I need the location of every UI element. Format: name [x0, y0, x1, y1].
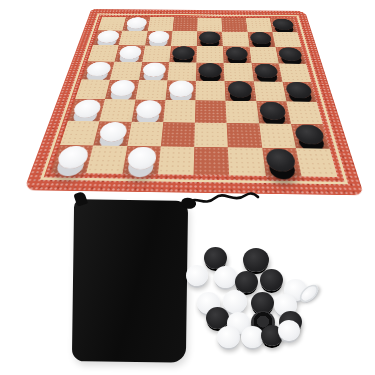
square-h6: [275, 47, 306, 64]
white-checker-loose: [274, 294, 297, 316]
square-c1: [122, 146, 161, 174]
square-g6: [249, 47, 278, 64]
square-c7: [145, 31, 173, 46]
square-d1: [158, 147, 195, 175]
square-e3: [195, 100, 227, 122]
black-checker-d6: [172, 46, 195, 60]
black-checker-g1: [265, 149, 297, 172]
black-checker-e7: [199, 32, 220, 44]
square-e5: [196, 63, 225, 81]
square-e8: [197, 18, 222, 32]
black-checker-loose: [251, 292, 274, 314]
white-checker-b8: [125, 17, 147, 28]
square-f6: [223, 46, 251, 63]
square-d8: [172, 17, 197, 31]
product-photo: [0, 0, 375, 375]
square-g1: [262, 148, 302, 176]
black-checker-loose: [261, 325, 283, 346]
black-checker-loose: [235, 271, 258, 293]
white-checker-loose: [197, 292, 220, 314]
checkers-board-mat: [24, 9, 364, 195]
square-h5: [279, 63, 312, 81]
square-d5: [167, 62, 196, 80]
square-g3: [256, 101, 291, 124]
black-checker-loose: [206, 307, 229, 329]
square-c8: [147, 17, 173, 31]
white-checker-loose: [241, 326, 264, 348]
black-checker-h8: [272, 19, 295, 30]
black-checker-loose: [204, 247, 227, 269]
square-e7: [197, 31, 223, 46]
white-checker-b4: [109, 80, 136, 96]
drawstring-pouch: [72, 199, 188, 363]
square-f2: [227, 123, 262, 148]
black-checker-loose: [251, 311, 275, 334]
white-checker-d4: [168, 81, 193, 97]
square-d6: [169, 46, 197, 63]
square-b8: [123, 17, 150, 31]
white-checker-loose: [227, 312, 250, 334]
white-checker-loose: [186, 265, 208, 286]
square-b2: [93, 121, 131, 146]
square-b5: [110, 62, 142, 80]
square-c5: [139, 62, 169, 80]
square-e2: [194, 122, 228, 147]
square-h8: [270, 18, 298, 32]
black-checker-h4: [285, 82, 313, 99]
square-g5: [251, 63, 282, 81]
square-c4: [135, 80, 167, 100]
square-d7: [171, 31, 197, 46]
square-g8: [246, 18, 273, 32]
square-b4: [105, 79, 139, 99]
square-g4: [253, 81, 286, 101]
white-checker-c5: [142, 62, 167, 77]
white-checker-b6: [118, 46, 143, 59]
square-e1: [194, 147, 230, 175]
square-b3: [100, 99, 136, 121]
square-c3: [131, 100, 165, 122]
black-checker-g7: [250, 32, 273, 44]
square-b7: [119, 30, 148, 45]
square-h1: [296, 149, 338, 177]
white-checker-loose: [217, 326, 240, 348]
square-f7: [222, 31, 249, 46]
black-checker-g3: [259, 102, 287, 120]
black-checker-f4: [227, 81, 253, 98]
white-checker-b2: [97, 122, 128, 142]
square-a8: [98, 17, 126, 31]
square-d2: [161, 122, 195, 147]
black-checker-loose: [243, 248, 269, 272]
white-checker-loose: [297, 281, 322, 305]
square-h2: [291, 124, 330, 149]
black-checker-g5: [254, 63, 279, 78]
square-g7: [247, 32, 275, 47]
square-b1: [86, 146, 127, 174]
white-checker-c7: [148, 31, 170, 43]
square-d4: [165, 80, 196, 100]
square-f1: [228, 148, 265, 176]
white-checker-c1: [126, 147, 157, 170]
white-checker-a3: [72, 99, 102, 117]
pouch-corner-tab: [73, 191, 88, 207]
square-e4: [195, 81, 225, 101]
square-f5: [224, 63, 254, 81]
square-d3: [163, 100, 195, 122]
white-checker-loose: [214, 266, 237, 288]
black-checker-loose: [279, 311, 302, 333]
white-checker-loose: [284, 279, 307, 301]
square-f4: [225, 81, 256, 101]
square-c6: [142, 46, 171, 63]
black-checker-f6: [225, 47, 248, 61]
board-frame: [40, 13, 348, 184]
black-checker-h6: [278, 47, 303, 61]
square-b6: [115, 45, 145, 62]
square-f8: [222, 18, 248, 32]
square-g2: [259, 123, 296, 148]
square-h7: [272, 32, 301, 47]
white-checker-loose: [278, 320, 300, 341]
black-checker-loose: [260, 269, 283, 291]
square-h4: [282, 82, 316, 102]
square-c2: [127, 122, 163, 147]
square-h3: [286, 101, 323, 124]
square-f3: [226, 101, 259, 124]
white-checker-c3: [135, 100, 163, 118]
square-e6: [196, 46, 223, 63]
white-checker-a7: [96, 31, 120, 43]
white-checker-a5: [85, 62, 112, 77]
white-checker-loose: [223, 290, 247, 313]
square-a7: [93, 30, 123, 45]
black-checker-h2: [294, 124, 326, 145]
checkers-board: [51, 17, 338, 177]
black-checker-e5: [199, 63, 222, 78]
white-checker-a1: [56, 146, 91, 169]
